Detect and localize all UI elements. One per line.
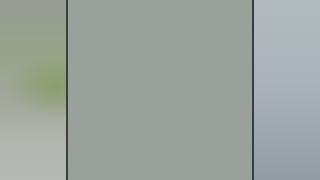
blurred-background-left (0, 0, 68, 180)
blurred-background-right (252, 0, 320, 180)
chess-board[interactable] (68, 0, 252, 180)
video-frame (0, 0, 320, 180)
